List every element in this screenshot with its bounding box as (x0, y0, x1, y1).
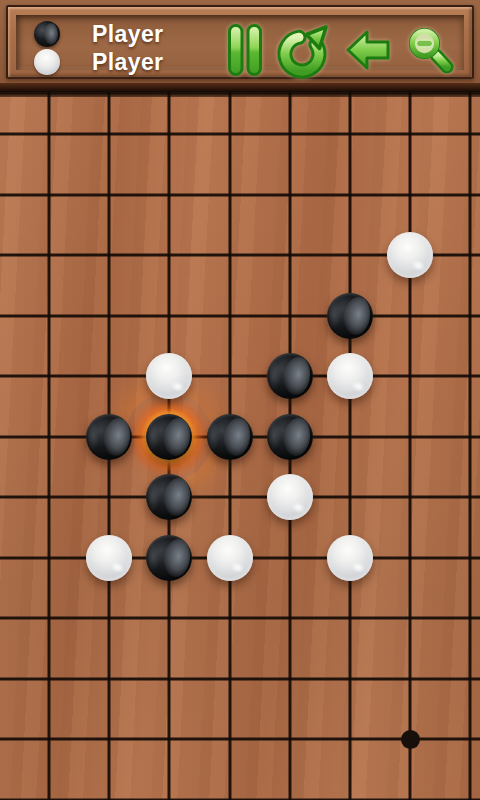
pause-button[interactable] (227, 23, 263, 77)
title-bar-bottom-edge (0, 83, 480, 92)
white-stone (86, 535, 132, 581)
rotate-arrow-icon (276, 21, 332, 79)
black-stone-last-move (146, 414, 192, 460)
zoom-out-button[interactable] (404, 25, 454, 75)
black-stone (86, 414, 132, 460)
white-stone (327, 535, 373, 581)
black-stone (146, 535, 192, 581)
game-board[interactable] (0, 92, 480, 800)
player-black-label: Player (92, 21, 163, 48)
white-stone (327, 353, 373, 399)
black-stone (267, 414, 313, 460)
black-stone (146, 474, 192, 520)
player-white-label: Player (92, 49, 163, 76)
back-button[interactable] (345, 28, 391, 72)
gomoku-app: Player Player (0, 0, 480, 800)
board-top-shadow (0, 93, 480, 97)
white-stone (267, 474, 313, 520)
white-stone (387, 232, 433, 278)
player-black-row: Player (34, 20, 163, 48)
black-stone-icon (34, 21, 60, 47)
toolbar-buttons (227, 21, 454, 79)
undo-button[interactable] (276, 21, 332, 79)
white-stone-icon (34, 49, 60, 75)
stones-layer (19, 104, 480, 800)
player-white-row: Player (34, 48, 163, 76)
back-arrow-icon (345, 28, 391, 72)
pause-icon (227, 23, 263, 77)
star-point (401, 730, 420, 749)
white-stone (207, 535, 253, 581)
players-block: Player Player (34, 20, 163, 76)
white-stone (146, 353, 192, 399)
title-bar: Player Player (0, 0, 480, 92)
magnifier-minus-icon (404, 25, 454, 75)
black-stone (327, 293, 373, 339)
black-stone (267, 353, 313, 399)
black-stone (207, 414, 253, 460)
